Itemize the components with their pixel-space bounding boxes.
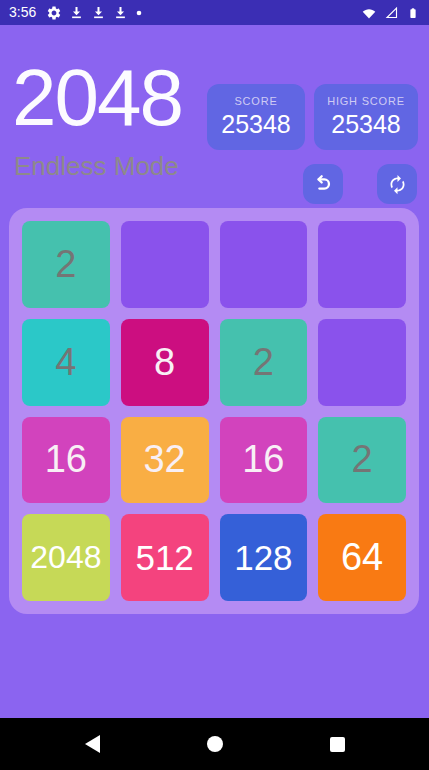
tile-128: 128 [220, 514, 308, 601]
android-nav-bar [0, 718, 429, 770]
status-bar: 3:56 [0, 0, 429, 25]
tile-512: 512 [121, 514, 209, 601]
download-icon [91, 5, 106, 20]
tile-8: 8 [121, 319, 209, 406]
restart-button[interactable] [377, 164, 417, 204]
dot-icon [135, 9, 143, 17]
empty-cell [318, 221, 406, 308]
refresh-icon [387, 174, 408, 195]
empty-cell [318, 319, 406, 406]
score-label: SCORE [234, 95, 277, 107]
score-value: 25348 [221, 110, 291, 139]
score-box: SCORE 25348 [207, 84, 305, 150]
wifi-icon [361, 5, 377, 21]
tile-2: 2 [22, 221, 110, 308]
empty-cell [121, 221, 209, 308]
tile-4: 4 [22, 319, 110, 406]
tile-16: 16 [220, 417, 308, 504]
undo-icon [312, 173, 334, 195]
app-title: 2048 [12, 54, 182, 142]
tile-32: 32 [121, 417, 209, 504]
game-board[interactable]: 24821632162204851212864 [9, 208, 419, 614]
settings-icon [46, 5, 62, 21]
tile-16: 16 [22, 417, 110, 504]
home-button[interactable] [207, 736, 223, 752]
download-icon [113, 5, 128, 20]
high-score-value: 25348 [331, 110, 401, 139]
cell-signal-icon [384, 5, 399, 20]
battery-icon [406, 4, 420, 22]
phone-screen: 3:56 2048 Endless Mode SCORE 25348 [0, 0, 429, 770]
high-score-box: HIGH SCORE 25348 [314, 84, 418, 150]
status-time: 3:56 [9, 0, 36, 25]
high-score-label: HIGH SCORE [327, 95, 405, 107]
tile-2048: 2048 [22, 514, 110, 601]
mode-label: Endless Mode [14, 151, 179, 182]
recents-button[interactable] [330, 737, 345, 752]
back-button[interactable] [85, 735, 100, 753]
empty-cell [220, 221, 308, 308]
tile-2: 2 [220, 319, 308, 406]
download-icon [69, 5, 84, 20]
tile-2: 2 [318, 417, 406, 504]
undo-button[interactable] [303, 164, 343, 204]
tile-64: 64 [318, 514, 406, 601]
